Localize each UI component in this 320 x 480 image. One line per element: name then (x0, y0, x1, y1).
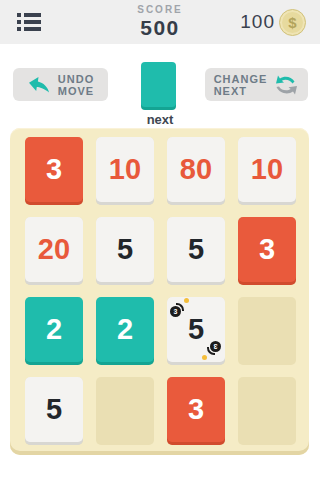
tile-value: 3 (259, 233, 275, 266)
grid-cell-r0c2: 80 (167, 137, 225, 205)
tile-value: 5 (188, 313, 204, 346)
grid-cell-r0c1: 10 (96, 137, 154, 205)
tile-value: 3 (46, 153, 62, 186)
tile-value: 3 (188, 393, 204, 426)
tile: 5 (25, 377, 83, 442)
tile: 3 (25, 137, 83, 202)
tile-value: 2 (46, 313, 62, 346)
header-bar: SCORE 500 100 $ (0, 0, 320, 44)
tile-value: 20 (38, 233, 70, 266)
tile: 10 (96, 137, 154, 202)
bomb-spark (202, 355, 207, 360)
grid-cell-r1c0: 20 (25, 217, 83, 285)
bomb-count: 3 (170, 306, 181, 317)
undo-button-label: UNDO MOVE (58, 73, 94, 97)
grid-cell-r2c1: 2 (96, 297, 154, 365)
grid-cell-r3c3 (238, 377, 296, 445)
bomb-count: 3 (210, 341, 221, 352)
tile-value: 2 (117, 313, 133, 346)
grid-cell-r0c3: 10 (238, 137, 296, 205)
tile: 2 (96, 297, 154, 362)
grid-cell-r0c0: 3 (25, 137, 83, 205)
grid-cell-r1c1: 5 (96, 217, 154, 285)
tile: 20 (25, 217, 83, 282)
undo-move-button[interactable]: UNDO MOVE (13, 68, 108, 101)
tile: 3 (238, 217, 296, 282)
bomb-icon: 3 (170, 300, 188, 317)
bomb-spark (184, 298, 189, 303)
game-board-grid[interactable]: 3 10 80 10 20 5 5 3 2 2 5 3 (10, 128, 309, 455)
bomb-icon: 3 (203, 341, 221, 358)
next-tile-preview (141, 62, 176, 107)
tile-value: 10 (251, 153, 283, 186)
tile-value: 5 (188, 233, 204, 266)
swap-arrows-icon (272, 74, 299, 96)
coins-badge[interactable]: 100 $ (240, 8, 306, 36)
tile: 3 (167, 377, 225, 442)
tile: 80 (167, 137, 225, 202)
tile-with-bombs: 5 3 3 (167, 297, 225, 362)
grid-cell-r3c0: 5 (25, 377, 83, 445)
grid-cell-r2c2: 5 3 3 (167, 297, 225, 365)
change-button-label: CHANGE NEXT (214, 73, 268, 97)
tile-value: 5 (46, 393, 62, 426)
next-tile-label: next (0, 112, 320, 127)
tile: 5 (96, 217, 154, 282)
tile: 10 (238, 137, 296, 202)
grid-cell-r2c0: 2 (25, 297, 83, 365)
tile-value: 10 (109, 153, 141, 186)
tile-value: 5 (117, 233, 133, 266)
tile: 5 (167, 217, 225, 282)
tile: 2 (25, 297, 83, 362)
grid-cell-r2c3 (238, 297, 296, 365)
grid-cell-r3c2: 3 (167, 377, 225, 445)
undo-arrow-icon (27, 76, 51, 93)
grid-cell-r3c1 (96, 377, 154, 445)
dollar-coin-icon: $ (279, 9, 306, 36)
change-next-button[interactable]: CHANGE NEXT (205, 68, 308, 101)
grid-cell-r1c2: 5 (167, 217, 225, 285)
coins-value: 100 (240, 11, 275, 33)
grid-cell-r1c3: 3 (238, 217, 296, 285)
tile-value: 80 (180, 153, 212, 186)
